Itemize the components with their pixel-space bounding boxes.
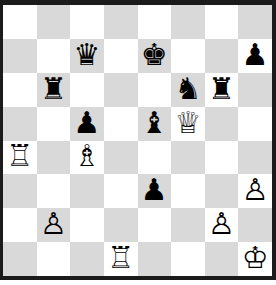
- square-d2[interactable]: [104, 208, 138, 242]
- piece-white-pawn-g2[interactable]: ♙: [208, 209, 235, 239]
- square-g3[interactable]: [205, 174, 239, 208]
- square-g6[interactable]: ♜: [205, 73, 239, 107]
- square-c6[interactable]: [70, 73, 104, 107]
- square-c3[interactable]: [70, 174, 104, 208]
- square-h6[interactable]: [238, 73, 272, 107]
- square-b6[interactable]: ♜: [37, 73, 71, 107]
- square-e5[interactable]: ♝: [138, 107, 172, 141]
- square-c8[interactable]: [70, 5, 104, 39]
- square-c1[interactable]: [70, 242, 104, 276]
- square-g5[interactable]: [205, 107, 239, 141]
- square-h2[interactable]: [238, 208, 272, 242]
- square-c5[interactable]: ♟: [70, 107, 104, 141]
- square-h4[interactable]: [238, 141, 272, 175]
- square-a1[interactable]: [3, 242, 37, 276]
- piece-black-knight-f6[interactable]: ♞: [174, 74, 201, 104]
- square-d1[interactable]: ♖: [104, 242, 138, 276]
- square-e7[interactable]: ♚: [138, 39, 172, 73]
- square-f7[interactable]: [171, 39, 205, 73]
- square-e1[interactable]: [138, 242, 172, 276]
- square-g1[interactable]: [205, 242, 239, 276]
- square-h1[interactable]: ♔: [238, 242, 272, 276]
- square-a3[interactable]: [3, 174, 37, 208]
- square-h5[interactable]: [238, 107, 272, 141]
- square-f1[interactable]: [171, 242, 205, 276]
- square-f2[interactable]: [171, 208, 205, 242]
- square-f6[interactable]: ♞: [171, 73, 205, 107]
- square-a5[interactable]: [3, 107, 37, 141]
- piece-black-pawn-h7[interactable]: ♟: [242, 40, 269, 70]
- square-h7[interactable]: ♟: [238, 39, 272, 73]
- square-e2[interactable]: [138, 208, 172, 242]
- piece-white-pawn-b2[interactable]: ♙: [40, 209, 67, 239]
- square-h8[interactable]: [238, 5, 272, 39]
- square-e8[interactable]: [138, 5, 172, 39]
- square-g7[interactable]: [205, 39, 239, 73]
- square-f8[interactable]: [171, 5, 205, 39]
- square-b3[interactable]: [37, 174, 71, 208]
- square-d8[interactable]: [104, 5, 138, 39]
- page-margin: [0, 280, 276, 285]
- square-g4[interactable]: [205, 141, 239, 175]
- square-f5[interactable]: ♕: [171, 107, 205, 141]
- square-c2[interactable]: [70, 208, 104, 242]
- square-a7[interactable]: [3, 39, 37, 73]
- piece-white-bishop-c4[interactable]: ♗: [74, 141, 101, 171]
- square-d7[interactable]: [104, 39, 138, 73]
- square-g8[interactable]: [205, 5, 239, 39]
- square-d6[interactable]: [104, 73, 138, 107]
- square-g2[interactable]: ♙: [205, 208, 239, 242]
- square-e6[interactable]: [138, 73, 172, 107]
- square-d4[interactable]: [104, 141, 138, 175]
- square-e3[interactable]: ♟: [138, 174, 172, 208]
- piece-white-king-h1[interactable]: ♔: [242, 243, 269, 273]
- square-c4[interactable]: ♗: [70, 141, 104, 175]
- piece-white-queen-f5[interactable]: ♕: [174, 108, 201, 138]
- piece-white-rook-d1[interactable]: ♖: [107, 243, 134, 273]
- piece-white-rook-a4[interactable]: ♖: [6, 141, 33, 171]
- chess-board: ♛♚♟♜♞♜♟♝♕♖♗♟♙♙♙♖♔: [3, 5, 272, 276]
- square-b1[interactable]: [37, 242, 71, 276]
- square-b5[interactable]: [37, 107, 71, 141]
- square-f3[interactable]: [171, 174, 205, 208]
- piece-black-king-e7[interactable]: ♚: [141, 40, 168, 70]
- piece-black-pawn-c5[interactable]: ♟: [74, 108, 101, 138]
- square-d5[interactable]: [104, 107, 138, 141]
- square-a8[interactable]: [3, 5, 37, 39]
- square-e4[interactable]: [138, 141, 172, 175]
- square-h3[interactable]: ♙: [238, 174, 272, 208]
- square-a2[interactable]: [3, 208, 37, 242]
- square-b4[interactable]: [37, 141, 71, 175]
- square-b7[interactable]: [37, 39, 71, 73]
- chess-board-frame: ♛♚♟♜♞♜♟♝♕♖♗♟♙♙♙♖♔: [0, 0, 276, 280]
- square-d3[interactable]: [104, 174, 138, 208]
- square-b2[interactable]: ♙: [37, 208, 71, 242]
- piece-black-rook-g6[interactable]: ♜: [208, 74, 235, 104]
- square-c7[interactable]: ♛: [70, 39, 104, 73]
- piece-black-rook-b6[interactable]: ♜: [40, 74, 67, 104]
- square-a4[interactable]: ♖: [3, 141, 37, 175]
- square-b8[interactable]: [37, 5, 71, 39]
- square-f4[interactable]: [171, 141, 205, 175]
- piece-black-pawn-e3[interactable]: ♟: [141, 175, 168, 205]
- piece-black-bishop-e5[interactable]: ♝: [141, 108, 168, 138]
- piece-black-queen-c7[interactable]: ♛: [74, 40, 101, 70]
- piece-white-pawn-h3[interactable]: ♙: [242, 175, 269, 205]
- square-a6[interactable]: [3, 73, 37, 107]
